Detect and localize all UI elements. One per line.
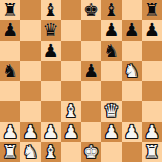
square-c5[interactable] xyxy=(41,61,61,81)
square-h3[interactable] xyxy=(142,101,162,121)
piece-black-pawn[interactable]: ♟ xyxy=(43,41,59,59)
square-b5[interactable] xyxy=(20,61,40,81)
piece-black-knight[interactable]: ♞ xyxy=(2,61,18,79)
square-a6[interactable] xyxy=(0,41,20,61)
square-h5[interactable] xyxy=(142,61,162,81)
square-h1[interactable]: ♜ xyxy=(142,142,162,162)
square-b1[interactable]: ♞ xyxy=(20,142,40,162)
piece-black-king[interactable]: ♚ xyxy=(83,1,99,19)
square-f4[interactable] xyxy=(101,81,121,101)
square-a4[interactable] xyxy=(0,81,20,101)
piece-white-pawn[interactable]: ♟ xyxy=(43,122,59,140)
square-g7[interactable]: ♟ xyxy=(122,20,142,40)
square-d4[interactable] xyxy=(61,81,81,101)
square-g2[interactable]: ♟ xyxy=(122,122,142,142)
square-h8[interactable]: ♜ xyxy=(142,0,162,20)
square-e5[interactable]: ♟ xyxy=(81,61,101,81)
square-f5[interactable] xyxy=(101,61,121,81)
piece-white-queen[interactable]: ♛ xyxy=(103,102,119,120)
square-g6[interactable] xyxy=(122,41,142,61)
piece-white-knight[interactable]: ♞ xyxy=(22,142,38,160)
piece-black-bishop[interactable]: ♝ xyxy=(103,1,119,19)
piece-black-pawn[interactable]: ♟ xyxy=(2,21,18,39)
square-c7[interactable]: ♛ xyxy=(41,20,61,40)
square-a5[interactable]: ♞ xyxy=(0,61,20,81)
piece-white-pawn[interactable]: ♟ xyxy=(144,122,160,140)
piece-white-pawn[interactable]: ♟ xyxy=(103,122,119,140)
piece-white-pawn[interactable]: ♟ xyxy=(124,122,140,140)
square-h4[interactable] xyxy=(142,81,162,101)
piece-white-knight[interactable]: ♞ xyxy=(124,61,140,79)
piece-black-rook[interactable]: ♜ xyxy=(144,1,160,19)
square-d8[interactable] xyxy=(61,0,81,20)
piece-white-bishop[interactable]: ♝ xyxy=(43,142,59,160)
square-f6[interactable]: ♞ xyxy=(101,41,121,61)
square-d3[interactable]: ♝ xyxy=(61,101,81,121)
piece-white-king[interactable]: ♚ xyxy=(83,142,99,160)
square-f7[interactable]: ♟ xyxy=(101,20,121,40)
square-c8[interactable]: ♝ xyxy=(41,0,61,20)
square-g5[interactable]: ♞ xyxy=(122,61,142,81)
square-e1[interactable]: ♚ xyxy=(81,142,101,162)
square-e4[interactable] xyxy=(81,81,101,101)
piece-black-pawn[interactable]: ♟ xyxy=(144,21,160,39)
square-a8[interactable]: ♜ xyxy=(0,0,20,20)
piece-black-bishop[interactable]: ♝ xyxy=(43,1,59,19)
square-d5[interactable] xyxy=(61,61,81,81)
piece-black-queen[interactable]: ♛ xyxy=(43,21,59,39)
chess-board: ♜♝♚♝♜♟♛♟♟♟♟♞♞♟♞♝♛♟♟♟♟♟♟♟♜♞♝♚♜ xyxy=(0,0,162,162)
square-a2[interactable]: ♟ xyxy=(0,122,20,142)
square-c4[interactable] xyxy=(41,81,61,101)
square-a1[interactable]: ♜ xyxy=(0,142,20,162)
square-g3[interactable] xyxy=(122,101,142,121)
square-g1[interactable] xyxy=(122,142,142,162)
square-e8[interactable]: ♚ xyxy=(81,0,101,20)
square-g8[interactable] xyxy=(122,0,142,20)
square-e3[interactable] xyxy=(81,101,101,121)
piece-white-rook[interactable]: ♜ xyxy=(2,142,18,160)
square-f8[interactable]: ♝ xyxy=(101,0,121,20)
square-f3[interactable]: ♛ xyxy=(101,101,121,121)
square-d2[interactable]: ♟ xyxy=(61,122,81,142)
piece-white-pawn[interactable]: ♟ xyxy=(2,122,18,140)
piece-white-pawn[interactable]: ♟ xyxy=(63,122,79,140)
piece-black-pawn[interactable]: ♟ xyxy=(83,61,99,79)
square-b8[interactable] xyxy=(20,0,40,20)
square-h2[interactable]: ♟ xyxy=(142,122,162,142)
square-a7[interactable]: ♟ xyxy=(0,20,20,40)
square-d6[interactable] xyxy=(61,41,81,61)
square-h6[interactable] xyxy=(142,41,162,61)
square-b6[interactable] xyxy=(20,41,40,61)
square-e2[interactable] xyxy=(81,122,101,142)
piece-white-pawn[interactable]: ♟ xyxy=(22,122,38,140)
square-d7[interactable] xyxy=(61,20,81,40)
square-a3[interactable] xyxy=(0,101,20,121)
square-c2[interactable]: ♟ xyxy=(41,122,61,142)
square-b4[interactable] xyxy=(20,81,40,101)
piece-black-rook[interactable]: ♜ xyxy=(2,1,18,19)
square-b3[interactable] xyxy=(20,101,40,121)
piece-black-pawn[interactable]: ♟ xyxy=(124,21,140,39)
piece-black-pawn[interactable]: ♟ xyxy=(103,21,119,39)
square-d1[interactable] xyxy=(61,142,81,162)
square-g4[interactable] xyxy=(122,81,142,101)
piece-black-knight[interactable]: ♞ xyxy=(103,41,119,59)
square-c6[interactable]: ♟ xyxy=(41,41,61,61)
square-e6[interactable] xyxy=(81,41,101,61)
square-b2[interactable]: ♟ xyxy=(20,122,40,142)
square-f2[interactable]: ♟ xyxy=(101,122,121,142)
square-c3[interactable] xyxy=(41,101,61,121)
square-b7[interactable] xyxy=(20,20,40,40)
piece-white-bishop[interactable]: ♝ xyxy=(63,102,79,120)
square-e7[interactable] xyxy=(81,20,101,40)
square-h7[interactable]: ♟ xyxy=(142,20,162,40)
square-c1[interactable]: ♝ xyxy=(41,142,61,162)
piece-white-rook[interactable]: ♜ xyxy=(144,142,160,160)
square-f1[interactable] xyxy=(101,142,121,162)
